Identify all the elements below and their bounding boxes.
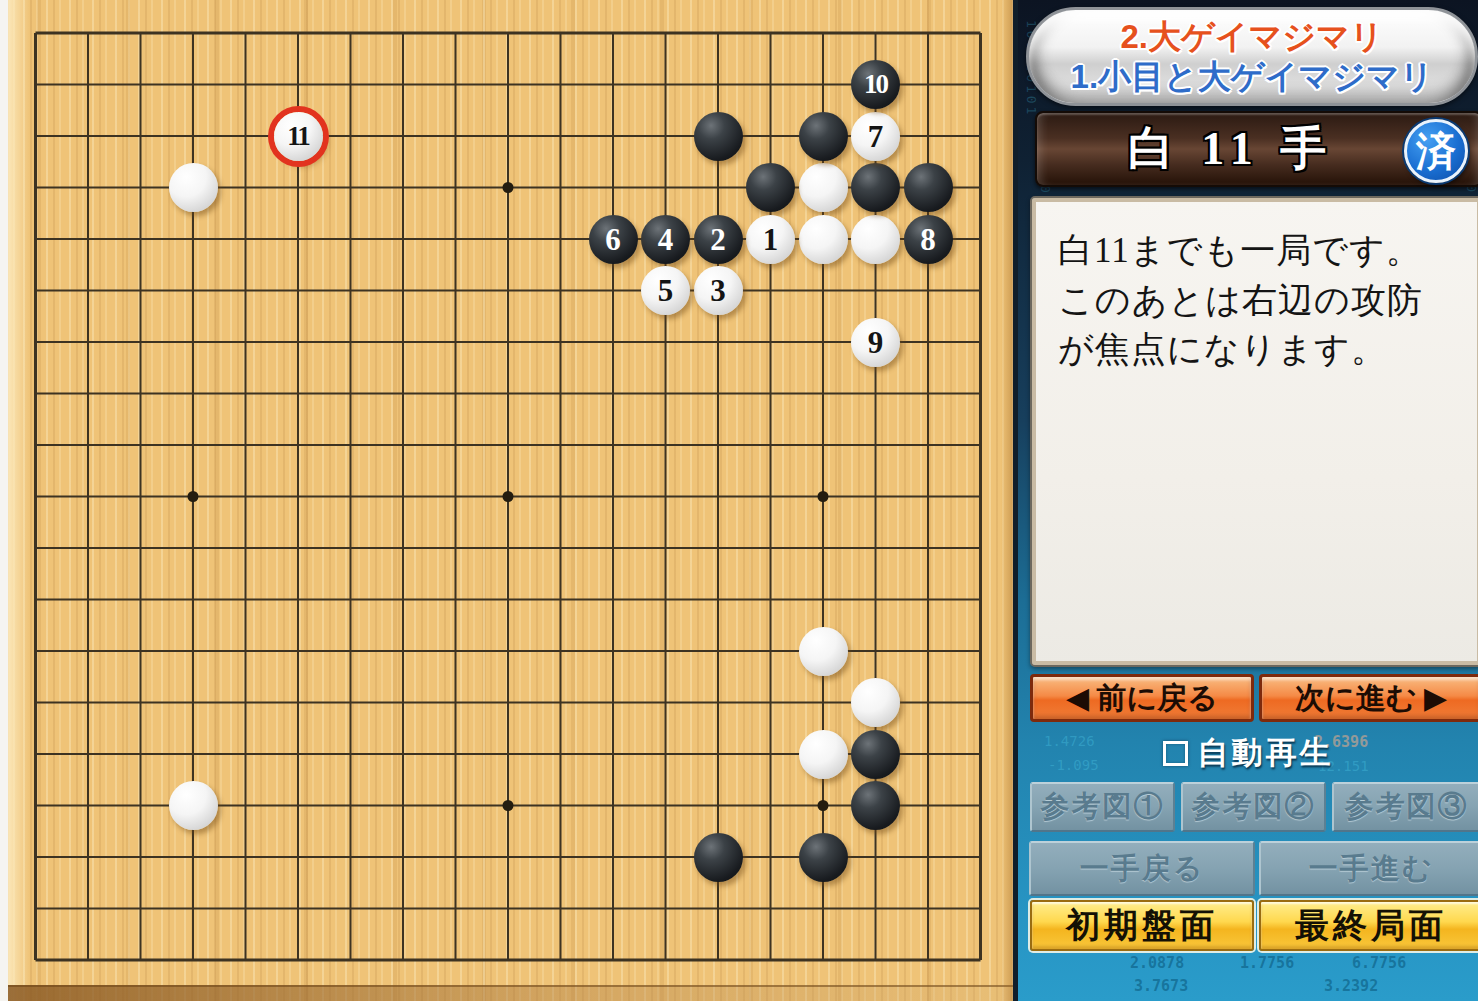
- stone-white-11: 11: [274, 112, 323, 161]
- lesson-title-previous: 1.小目と大ゲイマジマリ: [1071, 58, 1434, 96]
- stone-white: [851, 215, 900, 264]
- stone-white: [169, 163, 218, 212]
- stone-black-6: 6: [589, 215, 638, 264]
- stone-white: [799, 730, 848, 779]
- stone-white-9: 9: [851, 318, 900, 367]
- lesson-title-current: 2.大ゲイマジマリ: [1120, 18, 1383, 56]
- digital-noise: 6.7756: [1352, 954, 1406, 972]
- stone-black-10: 10: [851, 60, 900, 109]
- next-diagram-button[interactable]: 次に進む ▶: [1259, 674, 1478, 722]
- board-right-edge: [1001, 0, 1013, 1001]
- stone-white: [169, 781, 218, 830]
- stone-white: [799, 215, 848, 264]
- digital-noise: 3.2392: [1324, 977, 1378, 995]
- initial-board-button[interactable]: 初期盤面: [1030, 900, 1254, 951]
- stone-black: [746, 163, 795, 212]
- board-bottom-edge: [8, 985, 1013, 1001]
- reference-diagram-3-button[interactable]: 参考図③: [1332, 782, 1478, 832]
- commentary-box: 白11までも一局です。 このあとは右辺の攻防 が焦点になります。: [1030, 196, 1478, 667]
- stone-white-7: 7: [851, 112, 900, 161]
- stone-black: [799, 833, 848, 882]
- reference-diagram-1-button[interactable]: 参考図①: [1030, 782, 1175, 832]
- stone-black-2: 2: [694, 215, 743, 264]
- digital-noise: 3.7673: [1134, 977, 1188, 995]
- stone-black: [694, 112, 743, 161]
- stone-white: [851, 678, 900, 727]
- stone-black-4: 4: [641, 215, 690, 264]
- reference-diagram-2-button[interactable]: 参考図②: [1181, 782, 1326, 832]
- completed-badge: 済: [1404, 119, 1468, 183]
- stone-black: [851, 781, 900, 830]
- go-board: 1234567891011: [0, 0, 1013, 1001]
- step-back-button[interactable]: 一手戻る: [1029, 841, 1255, 896]
- stone-black: [851, 730, 900, 779]
- stone-white-1: 1: [746, 215, 795, 264]
- stone-white: [799, 163, 848, 212]
- control-panel: 1.4726-1.0952.639612.1512.08781.77566.77…: [1013, 0, 1478, 1001]
- stone-white-3: 3: [694, 266, 743, 315]
- step-forward-button[interactable]: 一手進む: [1259, 841, 1478, 896]
- digital-noise: 1.7756: [1240, 954, 1294, 972]
- stone-white: [799, 627, 848, 676]
- stone-black: [694, 833, 743, 882]
- commentary-text: 白11までも一局です。 このあとは右辺の攻防 が焦点になります。: [1058, 226, 1455, 375]
- digital-noise: 2.0878: [1130, 954, 1184, 972]
- move-counter-text: 白 11 手: [1128, 118, 1390, 180]
- go-study-app: 1234567891011 1.4726-1.0952.639612.1512.…: [0, 0, 1478, 1001]
- stone-black: [904, 163, 953, 212]
- stone-black: [799, 112, 848, 161]
- autoplay-row: 自動再生: [1018, 733, 1478, 773]
- stone-black-8: 8: [904, 215, 953, 264]
- final-board-button[interactable]: 最終局面: [1259, 900, 1478, 951]
- autoplay-label: 自動再生: [1198, 732, 1334, 774]
- stone-black: [851, 163, 900, 212]
- page-margin: [0, 0, 8, 1001]
- stone-white-5: 5: [641, 266, 690, 315]
- prev-diagram-button[interactable]: ◀ 前に戻る: [1030, 674, 1254, 722]
- autoplay-checkbox[interactable]: [1163, 741, 1188, 766]
- lesson-title-pill: 2.大ゲイマジマリ 1.小目と大ゲイマジマリ: [1026, 7, 1478, 106]
